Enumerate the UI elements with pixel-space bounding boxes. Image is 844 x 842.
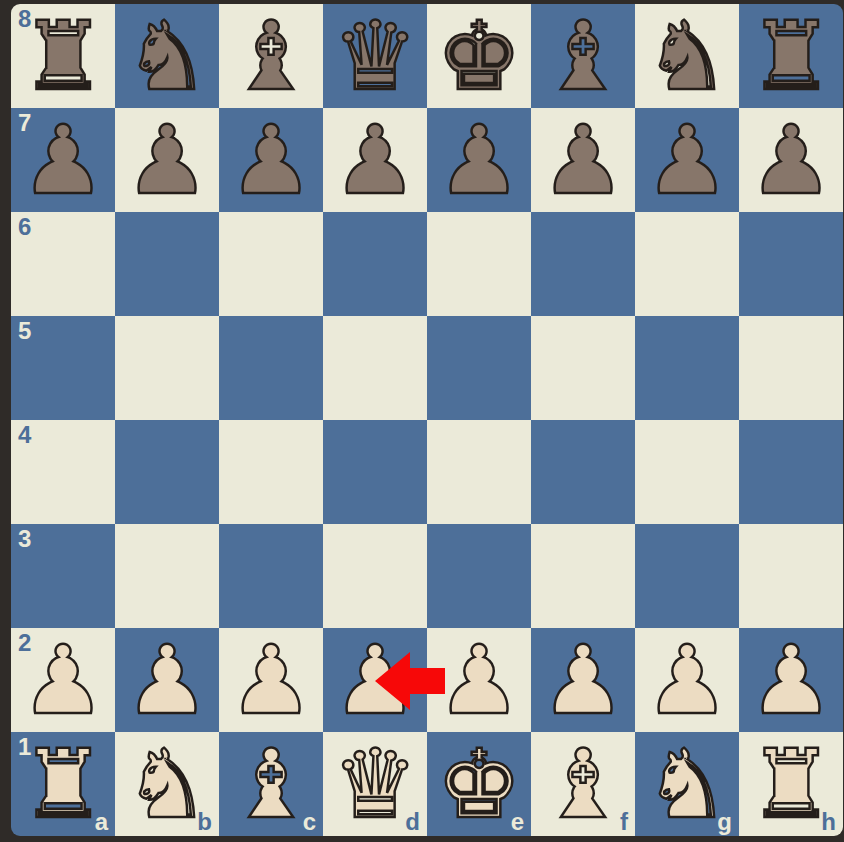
square-h4[interactable] [739, 420, 843, 524]
white-pawn-icon[interactable]: ♟ [739, 628, 843, 732]
square-f5[interactable] [531, 316, 635, 420]
square-a7[interactable]: ♟7 [11, 108, 115, 212]
white-queen-icon[interactable]: ♛ [323, 732, 427, 836]
square-d6[interactable] [323, 212, 427, 316]
square-g4[interactable] [635, 420, 739, 524]
square-e5[interactable] [427, 316, 531, 420]
square-a4[interactable]: 4 [11, 420, 115, 524]
square-g7[interactable]: ♟ [635, 108, 739, 212]
black-pawn-icon[interactable]: ♟ [739, 108, 843, 212]
square-b8[interactable]: ♞ [115, 4, 219, 108]
square-c1[interactable]: ♝c [219, 732, 323, 836]
black-pawn-icon[interactable]: ♟ [323, 108, 427, 212]
black-king-icon[interactable]: ♚ [427, 4, 531, 108]
square-g6[interactable] [635, 212, 739, 316]
square-d1[interactable]: ♛d [323, 732, 427, 836]
square-a5[interactable]: 5 [11, 316, 115, 420]
square-g3[interactable] [635, 524, 739, 628]
square-e7[interactable]: ♟ [427, 108, 531, 212]
white-rook-icon[interactable]: ♜ [739, 732, 843, 836]
square-f4[interactable] [531, 420, 635, 524]
square-e3[interactable] [427, 524, 531, 628]
square-d3[interactable] [323, 524, 427, 628]
white-rook-icon[interactable]: ♜ [11, 732, 115, 836]
chess-board: ♜8♞♝♛♚♝♞♜♟7♟♟♟♟♟♟♟6543♟2♟♟♟♟♟♟♟♜1a♞b♝c♛d… [11, 4, 843, 836]
square-e4[interactable] [427, 420, 531, 524]
square-c7[interactable]: ♟ [219, 108, 323, 212]
square-f1[interactable]: ♝f [531, 732, 635, 836]
square-f7[interactable]: ♟ [531, 108, 635, 212]
black-bishop-icon[interactable]: ♝ [531, 4, 635, 108]
white-knight-icon[interactable]: ♞ [635, 732, 739, 836]
square-b4[interactable] [115, 420, 219, 524]
rank-label-6: 6 [18, 215, 31, 239]
white-pawn-icon[interactable]: ♟ [323, 628, 427, 732]
square-a2[interactable]: ♟2 [11, 628, 115, 732]
square-d7[interactable]: ♟ [323, 108, 427, 212]
square-f3[interactable] [531, 524, 635, 628]
square-g5[interactable] [635, 316, 739, 420]
white-pawn-icon[interactable]: ♟ [427, 628, 531, 732]
square-c2[interactable]: ♟ [219, 628, 323, 732]
square-h8[interactable]: ♜ [739, 4, 843, 108]
square-d8[interactable]: ♛ [323, 4, 427, 108]
rank-label-4: 4 [18, 423, 31, 447]
rank-label-5: 5 [18, 319, 31, 343]
square-e2[interactable]: ♟ [427, 628, 531, 732]
black-pawn-icon[interactable]: ♟ [635, 108, 739, 212]
black-knight-icon[interactable]: ♞ [635, 4, 739, 108]
square-b2[interactable]: ♟ [115, 628, 219, 732]
square-h2[interactable]: ♟ [739, 628, 843, 732]
black-knight-icon[interactable]: ♞ [115, 4, 219, 108]
square-c3[interactable] [219, 524, 323, 628]
square-h7[interactable]: ♟ [739, 108, 843, 212]
page-background: { "game": "chess", "position": "rnbqkbnr… [0, 0, 844, 842]
square-a8[interactable]: ♜8 [11, 4, 115, 108]
black-rook-icon[interactable]: ♜ [739, 4, 843, 108]
square-f6[interactable] [531, 212, 635, 316]
black-pawn-icon[interactable]: ♟ [219, 108, 323, 212]
square-h5[interactable] [739, 316, 843, 420]
black-pawn-icon[interactable]: ♟ [531, 108, 635, 212]
white-bishop-icon[interactable]: ♝ [531, 732, 635, 836]
white-pawn-icon[interactable]: ♟ [11, 628, 115, 732]
white-pawn-icon[interactable]: ♟ [219, 628, 323, 732]
square-a6[interactable]: 6 [11, 212, 115, 316]
square-c8[interactable]: ♝ [219, 4, 323, 108]
square-b3[interactable] [115, 524, 219, 628]
square-g2[interactable]: ♟ [635, 628, 739, 732]
square-d2[interactable]: ♟ [323, 628, 427, 732]
square-f8[interactable]: ♝ [531, 4, 635, 108]
black-pawn-icon[interactable]: ♟ [115, 108, 219, 212]
black-rook-icon[interactable]: ♜ [11, 4, 115, 108]
black-bishop-icon[interactable]: ♝ [219, 4, 323, 108]
square-g1[interactable]: ♞g [635, 732, 739, 836]
square-c4[interactable] [219, 420, 323, 524]
square-b1[interactable]: ♞b [115, 732, 219, 836]
white-pawn-icon[interactable]: ♟ [635, 628, 739, 732]
square-b5[interactable] [115, 316, 219, 420]
square-g8[interactable]: ♞ [635, 4, 739, 108]
square-c5[interactable] [219, 316, 323, 420]
rank-label-3: 3 [18, 527, 31, 551]
white-knight-icon[interactable]: ♞ [115, 732, 219, 836]
square-c6[interactable] [219, 212, 323, 316]
white-bishop-icon[interactable]: ♝ [219, 732, 323, 836]
white-pawn-icon[interactable]: ♟ [531, 628, 635, 732]
square-e6[interactable] [427, 212, 531, 316]
black-queen-icon[interactable]: ♛ [323, 4, 427, 108]
square-h3[interactable] [739, 524, 843, 628]
square-h1[interactable]: ♜h [739, 732, 843, 836]
square-f2[interactable]: ♟ [531, 628, 635, 732]
square-a3[interactable]: 3 [11, 524, 115, 628]
square-b6[interactable] [115, 212, 219, 316]
black-pawn-icon[interactable]: ♟ [11, 108, 115, 212]
square-d4[interactable] [323, 420, 427, 524]
square-h6[interactable] [739, 212, 843, 316]
square-e8[interactable]: ♚ [427, 4, 531, 108]
black-pawn-icon[interactable]: ♟ [427, 108, 531, 212]
square-a1[interactable]: ♜1a [11, 732, 115, 836]
white-pawn-icon[interactable]: ♟ [115, 628, 219, 732]
square-b7[interactable]: ♟ [115, 108, 219, 212]
square-e1[interactable]: ♚e [427, 732, 531, 836]
square-d5[interactable] [323, 316, 427, 420]
white-king-icon[interactable]: ♚ [427, 732, 531, 836]
